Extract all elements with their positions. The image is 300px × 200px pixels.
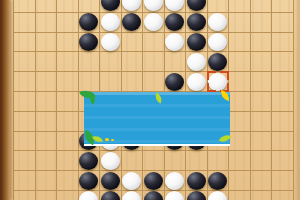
board-cell[interactable] <box>36 191 58 200</box>
board-cell[interactable] <box>14 33 36 53</box>
black-stone <box>101 191 120 200</box>
board-cell[interactable] <box>100 171 122 191</box>
board-cell[interactable] <box>208 33 230 53</box>
board-cell[interactable] <box>143 171 165 191</box>
board-cell[interactable] <box>251 52 273 72</box>
black-stone <box>187 191 206 200</box>
board-cell[interactable] <box>186 151 208 171</box>
board-cell[interactable] <box>229 0 251 13</box>
black-stone <box>101 172 120 190</box>
board-cell[interactable] <box>251 191 273 200</box>
board-cell[interactable] <box>229 151 251 171</box>
board-cell[interactable] <box>14 112 36 132</box>
board-cell[interactable] <box>79 52 101 72</box>
board-cell[interactable] <box>143 151 165 171</box>
board-cell[interactable] <box>186 0 208 13</box>
board-cell[interactable] <box>14 92 36 112</box>
board-cell[interactable] <box>79 72 101 92</box>
white-stone <box>122 0 141 11</box>
board-cell[interactable] <box>186 13 208 33</box>
board-cell[interactable] <box>122 191 144 200</box>
black-stone <box>79 152 98 170</box>
board-cell[interactable] <box>186 171 208 191</box>
board-cell[interactable] <box>36 72 58 92</box>
black-stone <box>187 13 206 31</box>
board-cell[interactable] <box>122 151 144 171</box>
board-cell[interactable] <box>251 112 273 132</box>
board-cell[interactable] <box>122 171 144 191</box>
board-cell[interactable] <box>79 151 101 171</box>
leaf-icon <box>219 132 232 145</box>
board-cell[interactable] <box>14 0 36 13</box>
board-cell[interactable] <box>251 151 273 171</box>
board-cell[interactable] <box>251 0 273 13</box>
board-cell[interactable] <box>36 151 58 171</box>
board-cell[interactable] <box>36 52 58 72</box>
white-stone <box>187 73 206 91</box>
white-stone <box>208 33 227 51</box>
black-stone <box>122 13 141 31</box>
board-cell[interactable] <box>208 72 230 92</box>
black-stone <box>79 33 98 51</box>
board-cell[interactable] <box>14 171 36 191</box>
black-stone <box>144 172 163 190</box>
board-cell[interactable] <box>14 132 36 152</box>
board-cell[interactable] <box>272 52 294 72</box>
board-cell[interactable] <box>57 33 79 53</box>
board-cell[interactable] <box>165 191 187 200</box>
board-cell[interactable] <box>272 92 294 112</box>
white-stone <box>165 191 184 200</box>
board-cell[interactable] <box>229 171 251 191</box>
board-cell[interactable] <box>186 191 208 200</box>
black-stone <box>101 0 120 11</box>
board-cell[interactable] <box>100 151 122 171</box>
board-cell[interactable] <box>100 72 122 92</box>
board-cell[interactable] <box>272 112 294 132</box>
sparkle-icon <box>105 138 109 141</box>
board-cell[interactable] <box>186 52 208 72</box>
board-cell[interactable] <box>165 13 187 33</box>
black-stone <box>165 13 184 31</box>
board-cell[interactable] <box>79 13 101 33</box>
board-cell[interactable] <box>14 13 36 33</box>
leaf-icon <box>219 90 231 101</box>
board-cell[interactable] <box>272 13 294 33</box>
board-cell[interactable] <box>208 0 230 13</box>
board-cell[interactable] <box>57 72 79 92</box>
board-cell[interactable] <box>79 0 101 13</box>
white-stone <box>208 73 227 91</box>
board-cell[interactable] <box>100 0 122 13</box>
board-cell[interactable] <box>36 92 58 112</box>
board-cell[interactable] <box>251 13 273 33</box>
board-cell[interactable] <box>229 112 251 132</box>
sparkle-icon <box>111 139 114 141</box>
white-stone <box>79 191 98 200</box>
board-cell[interactable] <box>122 72 144 92</box>
board-cell[interactable] <box>57 0 79 13</box>
board-cell[interactable] <box>36 13 58 33</box>
board-cell[interactable] <box>143 33 165 53</box>
board-cell[interactable] <box>36 112 58 132</box>
board-cell[interactable] <box>57 13 79 33</box>
board-cell[interactable] <box>186 72 208 92</box>
black-stone <box>208 53 227 71</box>
board-cell[interactable] <box>251 92 273 112</box>
white-stone <box>144 13 163 31</box>
event-banner[interactable] <box>84 92 230 146</box>
black-stone <box>187 172 206 190</box>
board-cell[interactable] <box>57 132 79 152</box>
white-stone <box>101 13 120 31</box>
board-cell[interactable] <box>57 191 79 200</box>
board-cell[interactable] <box>229 33 251 53</box>
board-cell[interactable] <box>79 33 101 53</box>
board-cell[interactable] <box>143 0 165 13</box>
board-cell[interactable] <box>14 52 36 72</box>
board-cell[interactable] <box>165 52 187 72</box>
board-cell[interactable] <box>14 191 36 200</box>
board-cell[interactable] <box>251 72 273 92</box>
board-cell[interactable] <box>36 0 58 13</box>
board-cell[interactable] <box>79 171 101 191</box>
white-stone <box>165 33 184 51</box>
board-cell[interactable] <box>57 112 79 132</box>
board-cell[interactable] <box>208 191 230 200</box>
board-cell[interactable] <box>122 33 144 53</box>
board-cell[interactable] <box>57 52 79 72</box>
board-cell[interactable] <box>208 171 230 191</box>
board-cell[interactable] <box>165 151 187 171</box>
white-stone <box>101 152 120 170</box>
board-cell[interactable] <box>208 13 230 33</box>
board-cell[interactable] <box>229 72 251 92</box>
board-cell[interactable] <box>272 171 294 191</box>
board-cell[interactable] <box>272 151 294 171</box>
board-cell[interactable] <box>272 0 294 13</box>
white-stone <box>187 53 206 71</box>
leaf-icon <box>153 92 165 103</box>
white-stone <box>101 33 120 51</box>
board-cell[interactable] <box>100 13 122 33</box>
white-stone <box>208 191 227 200</box>
white-stone <box>208 13 227 31</box>
board-cell[interactable] <box>229 13 251 33</box>
board-cell[interactable] <box>143 13 165 33</box>
board-cell[interactable] <box>165 0 187 13</box>
board-cell[interactable] <box>143 72 165 92</box>
board-cell[interactable] <box>36 171 58 191</box>
board-left-frame <box>0 0 10 200</box>
board-cell[interactable] <box>57 171 79 191</box>
board-cell[interactable] <box>79 191 101 200</box>
board-cell[interactable] <box>36 132 58 152</box>
board-right-edge <box>293 0 300 200</box>
white-stone <box>144 0 163 11</box>
board-cell[interactable] <box>229 92 251 112</box>
black-stone <box>144 191 163 200</box>
board-cell[interactable] <box>165 33 187 53</box>
black-stone <box>79 172 98 190</box>
board-cell[interactable] <box>165 171 187 191</box>
board-cell[interactable] <box>100 191 122 200</box>
board-cell[interactable] <box>143 191 165 200</box>
board-cell[interactable] <box>143 52 165 72</box>
white-stone <box>165 172 184 190</box>
board-cell[interactable] <box>122 52 144 72</box>
board-cell[interactable] <box>229 132 251 152</box>
board-cell[interactable] <box>251 171 273 191</box>
board-cell[interactable] <box>122 13 144 33</box>
board-cell[interactable] <box>14 151 36 171</box>
board-cell[interactable] <box>100 52 122 72</box>
board-cell[interactable] <box>229 52 251 72</box>
board-cell[interactable] <box>272 191 294 200</box>
black-stone <box>79 13 98 31</box>
black-stone <box>165 73 184 91</box>
board-cell[interactable] <box>36 33 58 53</box>
board-cell[interactable] <box>272 72 294 92</box>
board-cell[interactable] <box>208 151 230 171</box>
board-cell[interactable] <box>57 151 79 171</box>
white-stone <box>165 0 184 11</box>
board-cell[interactable] <box>14 72 36 92</box>
black-stone <box>208 172 227 190</box>
board-cell[interactable] <box>100 33 122 53</box>
board-cell[interactable] <box>122 0 144 13</box>
gomoku-app-screen <box>0 0 300 200</box>
board-cell[interactable] <box>272 132 294 152</box>
board-cell[interactable] <box>165 72 187 92</box>
board-cell[interactable] <box>186 33 208 53</box>
white-stone <box>122 172 141 190</box>
board-cell[interactable] <box>208 52 230 72</box>
board-cell[interactable] <box>57 92 79 112</box>
board-cell[interactable] <box>272 33 294 53</box>
white-stone <box>122 191 141 200</box>
black-stone <box>187 33 206 51</box>
board-cell[interactable] <box>229 191 251 200</box>
black-stone <box>187 0 206 11</box>
board-cell[interactable] <box>251 33 273 53</box>
board-cell[interactable] <box>251 132 273 152</box>
